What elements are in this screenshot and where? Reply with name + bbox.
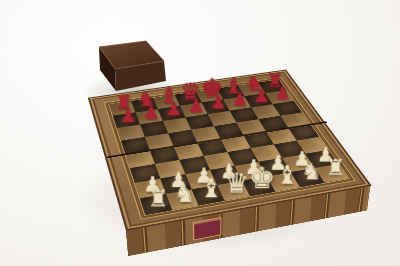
scene: ♜♞♝♛♚♝♞♜♟♟♟♟♟♟♟♟♟♟♟♟♟♟♟♟♜♞♝♛♚♝♞♜ (0, 0, 400, 266)
piece-red-pawn-f7[interactable]: ♟ (232, 90, 248, 108)
piece-white-king-e1[interactable]: ♚ (249, 163, 276, 193)
piece-red-pawn-a7[interactable]: ♟ (120, 107, 137, 126)
piece-white-rook-h1[interactable]: ♜ (326, 157, 346, 180)
piece-white-knight-b1[interactable]: ♞ (174, 183, 195, 207)
square-c1[interactable]: ♝ (192, 185, 225, 205)
photo-stage: ♜♞♝♛♚♝♞♜♟♟♟♟♟♟♟♟♟♟♟♟♟♟♟♟♜♞♝♛♚♝♞♜ (0, 0, 400, 266)
piece-white-bishop-c1[interactable]: ♝ (199, 176, 222, 202)
piece-red-pawn-b7[interactable]: ♟ (143, 103, 160, 121)
piece-white-bishop-f1[interactable]: ♝ (276, 163, 299, 188)
wooden-box (86, 33, 178, 99)
piece-white-knight-g1[interactable]: ♞ (301, 161, 321, 184)
piece-white-queen-d1[interactable]: ♛ (224, 169, 249, 197)
square-d7[interactable]: ♟ (180, 103, 208, 118)
piece-red-pawn-h7[interactable]: ♟ (275, 84, 291, 102)
square-c7[interactable]: ♟ (158, 106, 186, 121)
piece-red-pawn-d7[interactable]: ♟ (188, 97, 204, 115)
square-b1[interactable]: ♞ (166, 189, 198, 210)
square-a1[interactable]: ♜ (140, 194, 172, 215)
piece-red-pawn-g7[interactable]: ♟ (253, 87, 269, 105)
piece-red-pawn-e7[interactable]: ♟ (210, 93, 226, 111)
spine-red-label (193, 217, 222, 241)
piece-red-pawn-c7[interactable]: ♟ (166, 100, 182, 118)
piece-white-rook-a1[interactable]: ♜ (148, 187, 169, 211)
